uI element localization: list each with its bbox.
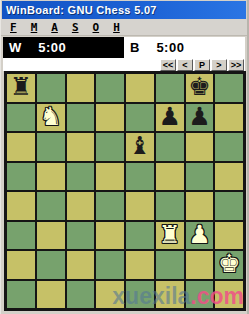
nav-button-to-start[interactable]: << [160,59,176,71]
menu-item-S[interactable]: S [72,21,79,34]
square-c7[interactable] [66,103,96,133]
square-c2[interactable] [66,250,96,280]
square-f2[interactable] [155,250,185,280]
square-h1[interactable] [214,280,244,310]
square-d7[interactable] [95,103,125,133]
square-g2[interactable] [185,250,215,280]
menu-item-F[interactable]: F [10,21,17,34]
square-g6[interactable] [185,132,215,162]
square-d3[interactable] [95,221,125,251]
square-h4[interactable] [214,191,244,221]
title-bar[interactable]: WinBoard: GNU Chess 5.07 [2,1,246,19]
square-f7[interactable]: ♟ [155,103,185,133]
clock-row: W 5:00 B 5:00 [3,37,245,58]
nav-button-pause[interactable]: P [194,59,210,71]
square-e4[interactable] [125,191,155,221]
square-a4[interactable] [6,191,36,221]
black-king-piece: ♚ [188,74,210,99]
square-a8[interactable]: ♜ [6,73,36,103]
square-b4[interactable] [36,191,66,221]
square-b7[interactable]: ♞ [36,103,66,133]
square-g7[interactable]: ♟ [185,103,215,133]
square-b1[interactable] [36,280,66,310]
square-c1[interactable] [66,280,96,310]
black-pawn-piece: ♟ [158,104,180,129]
square-b2[interactable] [36,250,66,280]
square-b3[interactable] [36,221,66,251]
nav-button-back[interactable]: < [177,59,193,71]
square-h3[interactable] [214,221,244,251]
square-a1[interactable] [6,280,36,310]
black-bishop-piece: ♝ [129,133,151,158]
nav-button-to-end[interactable]: >> [228,59,244,71]
square-h5[interactable] [214,162,244,192]
window-title: WinBoard: GNU Chess 5.07 [6,4,157,16]
square-f1[interactable] [155,280,185,310]
square-d2[interactable] [95,250,125,280]
square-c6[interactable] [66,132,96,162]
square-c3[interactable] [66,221,96,251]
square-e5[interactable] [125,162,155,192]
winboard-window: WinBoard: GNU Chess 5.07 FMASOH W 5:00 B… [0,0,249,314]
square-b6[interactable] [36,132,66,162]
square-h2[interactable]: ♚ [214,250,244,280]
white-clock-label: W [3,40,21,55]
square-f8[interactable] [155,73,185,103]
black-clock: B 5:00 [124,37,245,58]
nav-button-row: <<<P>>> [3,58,245,71]
square-b8[interactable] [36,73,66,103]
square-d8[interactable] [95,73,125,103]
menu-item-A[interactable]: A [51,21,58,34]
square-a7[interactable] [6,103,36,133]
square-g8[interactable]: ♚ [185,73,215,103]
white-clock: W 5:00 [3,37,124,58]
square-d4[interactable] [95,191,125,221]
square-d5[interactable] [95,162,125,192]
chess-board: ♜♚♞♟♟♝♜♟♚ [4,71,246,311]
square-e1[interactable] [125,280,155,310]
menu-bar: FMASOH [1,19,247,36]
square-f6[interactable] [155,132,185,162]
square-h6[interactable] [214,132,244,162]
square-a2[interactable] [6,250,36,280]
white-knight-piece: ♞ [39,104,61,129]
white-pawn-piece: ♟ [188,222,210,247]
square-g5[interactable] [185,162,215,192]
square-c5[interactable] [66,162,96,192]
square-f3[interactable]: ♜ [155,221,185,251]
square-g4[interactable] [185,191,215,221]
white-rook-piece: ♜ [158,222,180,247]
white-clock-time: 5:00 [38,40,66,55]
black-rook-piece: ♜ [10,74,32,99]
square-e8[interactable] [125,73,155,103]
square-a6[interactable] [6,132,36,162]
square-f4[interactable] [155,191,185,221]
square-e2[interactable] [125,250,155,280]
menu-item-M[interactable]: M [31,21,38,34]
square-f5[interactable] [155,162,185,192]
square-c4[interactable] [66,191,96,221]
black-pawn-piece: ♟ [188,104,210,129]
square-h8[interactable] [214,73,244,103]
black-clock-time: 5:00 [156,40,184,55]
square-d6[interactable] [95,132,125,162]
nav-button-forward[interactable]: > [211,59,227,71]
square-a5[interactable] [6,162,36,192]
square-d1[interactable] [95,280,125,310]
square-a3[interactable] [6,221,36,251]
square-e6[interactable]: ♝ [125,132,155,162]
square-h7[interactable] [214,103,244,133]
square-g1[interactable] [185,280,215,310]
square-e7[interactable] [125,103,155,133]
square-c8[interactable] [66,73,96,103]
square-b5[interactable] [36,162,66,192]
menu-item-H[interactable]: H [113,21,120,34]
black-clock-label: B [124,40,139,55]
white-king-piece: ♚ [218,251,240,276]
square-e3[interactable] [125,221,155,251]
menu-item-O[interactable]: O [93,21,100,34]
square-g3[interactable]: ♟ [185,221,215,251]
